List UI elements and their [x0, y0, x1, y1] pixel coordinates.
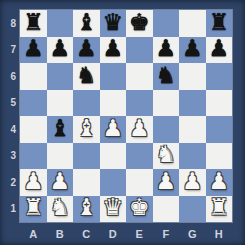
square-d5[interactable] [100, 90, 127, 117]
rank-labels: 87654321 [0, 10, 18, 222]
white-rook: ♜ [23, 196, 44, 219]
file-label-g: G [179, 222, 206, 245]
square-g8[interactable] [179, 10, 206, 37]
square-f3[interactable]: ♞ [153, 143, 180, 170]
rank-label-7: 7 [0, 37, 18, 64]
square-f6[interactable]: ♞ [153, 63, 180, 90]
white-pawn: ♟ [208, 170, 229, 193]
square-a1[interactable]: ♜ [20, 196, 47, 223]
file-label-a: A [20, 222, 47, 245]
square-h4[interactable] [206, 116, 233, 143]
square-d6[interactable] [100, 63, 127, 90]
black-pawn: ♟ [208, 37, 229, 60]
square-g5[interactable] [179, 90, 206, 117]
square-d7[interactable]: ♟ [100, 37, 127, 64]
white-pawn: ♟ [49, 170, 70, 193]
square-e7[interactable] [126, 37, 153, 64]
square-b6[interactable] [47, 63, 74, 90]
square-a8[interactable]: ♜ [20, 10, 47, 37]
white-pawn: ♟ [182, 170, 203, 193]
file-label-c: C [73, 222, 100, 245]
square-d4[interactable]: ♟ [100, 116, 127, 143]
square-h1[interactable]: ♜ [206, 196, 233, 223]
black-pawn: ♟ [155, 37, 176, 60]
square-f2[interactable]: ♟ [153, 169, 180, 196]
square-f5[interactable] [153, 90, 180, 117]
black-knight: ♞ [155, 64, 176, 87]
square-h8[interactable]: ♜ [206, 10, 233, 37]
square-h3[interactable] [206, 143, 233, 170]
black-rook: ♜ [23, 11, 44, 34]
square-h5[interactable] [206, 90, 233, 117]
file-label-e: E [126, 222, 153, 245]
square-a6[interactable] [20, 63, 47, 90]
black-king: ♚ [129, 11, 150, 34]
square-c6[interactable]: ♞ [73, 63, 100, 90]
square-f1[interactable] [153, 196, 180, 223]
black-knight: ♞ [76, 64, 97, 87]
black-pawn: ♟ [23, 37, 44, 60]
square-b7[interactable]: ♟ [47, 37, 74, 64]
square-g2[interactable]: ♟ [179, 169, 206, 196]
white-king: ♚ [129, 196, 150, 219]
white-queen: ♛ [102, 196, 123, 219]
square-c5[interactable] [73, 90, 100, 117]
black-bishop: ♝ [49, 117, 70, 140]
square-h2[interactable]: ♟ [206, 169, 233, 196]
black-bishop: ♝ [76, 11, 97, 34]
white-pawn: ♟ [23, 170, 44, 193]
square-e5[interactable] [126, 90, 153, 117]
white-bishop: ♝ [76, 117, 97, 140]
white-bishop: ♝ [76, 196, 97, 219]
square-d2[interactable] [100, 169, 127, 196]
square-d1[interactable]: ♛ [100, 196, 127, 223]
square-b5[interactable] [47, 90, 74, 117]
square-g3[interactable] [179, 143, 206, 170]
square-d8[interactable]: ♛ [100, 10, 127, 37]
square-c7[interactable]: ♟ [73, 37, 100, 64]
square-f7[interactable]: ♟ [153, 37, 180, 64]
square-c3[interactable] [73, 143, 100, 170]
square-b2[interactable]: ♟ [47, 169, 74, 196]
rank-label-3: 3 [0, 143, 18, 170]
chess-board: ♜♝♛♚♜♟♟♟♟♟♟♟♞♞♝♝♟♟♞♟♟♟♟♟♜♞♝♛♚♜ [20, 10, 232, 222]
square-h6[interactable] [206, 63, 233, 90]
rank-label-8: 8 [0, 10, 18, 37]
white-pawn: ♟ [102, 117, 123, 140]
square-c2[interactable] [73, 169, 100, 196]
square-b3[interactable] [47, 143, 74, 170]
rank-label-1: 1 [0, 196, 18, 223]
square-e8[interactable]: ♚ [126, 10, 153, 37]
square-b1[interactable]: ♞ [47, 196, 74, 223]
square-c1[interactable]: ♝ [73, 196, 100, 223]
file-label-f: F [153, 222, 180, 245]
square-e3[interactable] [126, 143, 153, 170]
black-pawn: ♟ [182, 37, 203, 60]
black-pawn: ♟ [76, 37, 97, 60]
square-e1[interactable]: ♚ [126, 196, 153, 223]
black-queen: ♛ [102, 11, 123, 34]
square-a5[interactable] [20, 90, 47, 117]
square-g4[interactable] [179, 116, 206, 143]
square-h7[interactable]: ♟ [206, 37, 233, 64]
square-c8[interactable]: ♝ [73, 10, 100, 37]
square-f8[interactable] [153, 10, 180, 37]
white-knight: ♞ [49, 196, 70, 219]
square-f4[interactable] [153, 116, 180, 143]
rank-label-6: 6 [0, 63, 18, 90]
square-e2[interactable] [126, 169, 153, 196]
white-pawn: ♟ [129, 117, 150, 140]
rank-label-2: 2 [0, 169, 18, 196]
square-g7[interactable]: ♟ [179, 37, 206, 64]
chess-diagram: ♜♝♛♚♜♟♟♟♟♟♟♟♞♞♝♝♟♟♞♟♟♟♟♟♜♞♝♛♚♜ 87654321 … [0, 0, 245, 245]
black-rook: ♜ [208, 11, 229, 34]
square-a3[interactable] [20, 143, 47, 170]
square-g1[interactable] [179, 196, 206, 223]
square-d3[interactable] [100, 143, 127, 170]
square-a4[interactable] [20, 116, 47, 143]
square-b4[interactable]: ♝ [47, 116, 74, 143]
file-label-h: H [206, 222, 233, 245]
file-label-d: D [100, 222, 127, 245]
square-e6[interactable] [126, 63, 153, 90]
square-a7[interactable]: ♟ [20, 37, 47, 64]
square-a2[interactable]: ♟ [20, 169, 47, 196]
rank-label-4: 4 [0, 116, 18, 143]
black-pawn: ♟ [102, 37, 123, 60]
square-g6[interactable] [179, 63, 206, 90]
file-label-b: B [47, 222, 74, 245]
file-labels: ABCDEFGH [20, 222, 232, 245]
white-knight: ♞ [155, 143, 176, 166]
white-pawn: ♟ [155, 170, 176, 193]
white-rook: ♜ [208, 196, 229, 219]
square-b8[interactable] [47, 10, 74, 37]
black-pawn: ♟ [49, 37, 70, 60]
square-c4[interactable]: ♝ [73, 116, 100, 143]
square-e4[interactable]: ♟ [126, 116, 153, 143]
rank-label-5: 5 [0, 90, 18, 117]
